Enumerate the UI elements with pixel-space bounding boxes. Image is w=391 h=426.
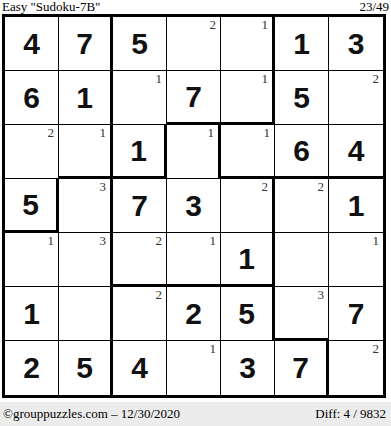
- sudoku-grid: 4752113611715221111645373221132111122537…: [2, 14, 386, 398]
- corner-hint-mark: 1: [262, 18, 269, 32]
- cell-r6c3[interactable]: 2: [113, 287, 167, 341]
- corner-hint-mark: 3: [100, 180, 107, 194]
- given-digit: 3: [185, 191, 202, 221]
- given-digit: 2: [23, 353, 40, 383]
- given-digit: 6: [23, 83, 40, 113]
- corner-hint-mark: 1: [100, 126, 107, 140]
- cell-r4c3[interactable]: 7: [113, 179, 167, 233]
- given-digit: 4: [131, 353, 148, 383]
- cell-r4c2[interactable]: 3: [59, 179, 113, 233]
- given-digit: 1: [76, 83, 93, 113]
- corner-hint-mark: 2: [156, 234, 163, 248]
- cell-r7c6[interactable]: 7: [275, 341, 329, 395]
- cell-r6c6[interactable]: 3: [275, 287, 329, 341]
- given-digit: 3: [239, 353, 256, 383]
- corner-hint-mark: 1: [373, 234, 380, 248]
- cell-r2c4[interactable]: 7: [167, 71, 221, 125]
- given-digit: 7: [76, 29, 93, 59]
- cell-r7c5[interactable]: 3: [221, 341, 275, 395]
- corner-hint-mark: 1: [208, 126, 215, 140]
- cell-r7c7[interactable]: 2: [329, 341, 383, 395]
- corner-hint-mark: 1: [156, 72, 163, 86]
- corner-hint-mark: 3: [100, 234, 107, 248]
- given-digit: 7: [348, 299, 365, 329]
- given-digit: 1: [238, 244, 255, 274]
- given-digit: 4: [348, 136, 365, 166]
- cell-r6c1[interactable]: 1: [5, 287, 59, 341]
- cell-r3c5[interactable]: 1: [221, 125, 275, 179]
- corner-hint-mark: 3: [318, 288, 325, 302]
- difficulty-info: Diff: 4 / 9832: [315, 406, 386, 422]
- given-digit: 1: [348, 191, 365, 221]
- corner-hint-mark: 2: [373, 72, 380, 86]
- given-digit: 1: [23, 299, 40, 329]
- corner-hint-mark: 1: [262, 72, 269, 86]
- cell-r5c5[interactable]: 1: [221, 233, 275, 287]
- corner-hint-mark: 1: [210, 342, 217, 356]
- given-digit: 4: [23, 29, 40, 59]
- cell-r1c6[interactable]: 1: [275, 17, 329, 71]
- given-digit: 7: [292, 353, 309, 383]
- cell-r1c4[interactable]: 2: [167, 17, 221, 71]
- given-digit: 7: [131, 191, 148, 221]
- cell-r7c1[interactable]: 2: [5, 341, 59, 395]
- corner-hint-mark: 2: [48, 126, 55, 140]
- given-digit: 5: [76, 353, 93, 383]
- cell-r6c2[interactable]: [59, 287, 113, 341]
- cell-r6c7[interactable]: 7: [329, 287, 383, 341]
- cell-r4c4[interactable]: 3: [167, 179, 221, 233]
- cell-r6c5[interactable]: 5: [221, 287, 275, 341]
- diff-value: 4 / 9832: [343, 406, 386, 422]
- puzzle-title: Easy "Sudoku-7B": [2, 0, 100, 13]
- diff-label: Diff:: [315, 406, 340, 422]
- cell-r1c1[interactable]: 4: [5, 17, 59, 71]
- cell-r7c4[interactable]: 1: [167, 341, 221, 395]
- given-digit: 2: [185, 299, 202, 329]
- corner-hint-mark: 2: [373, 342, 380, 356]
- corner-hint-mark: 2: [156, 288, 163, 302]
- given-digit: 5: [238, 299, 255, 329]
- cell-r6c4[interactable]: 2: [167, 287, 221, 341]
- cell-r3c1[interactable]: 2: [5, 125, 59, 179]
- cell-r4c1[interactable]: 5: [5, 179, 59, 233]
- footer: ©grouppuzzles.com – 12/30/2020 Diff: 4 /…: [0, 402, 391, 426]
- cell-r5c1[interactable]: 1: [5, 233, 59, 287]
- cell-r2c1[interactable]: 6: [5, 71, 59, 125]
- cell-r1c7[interactable]: 3: [329, 17, 383, 71]
- corner-hint-mark: 2: [210, 18, 217, 32]
- cell-r3c3[interactable]: 1: [113, 125, 167, 179]
- given-digit: 5: [131, 29, 148, 59]
- given-digit: 1: [130, 136, 147, 166]
- copyright-text: ©grouppuzzles.com – 12/30/2020: [3, 406, 180, 422]
- cell-r5c3[interactable]: 2: [113, 233, 167, 287]
- cell-r5c2[interactable]: 3: [59, 233, 113, 287]
- cell-r3c7[interactable]: 4: [329, 125, 383, 179]
- given-digit: 7: [185, 82, 202, 112]
- cell-r2c6[interactable]: 5: [275, 71, 329, 125]
- cell-r1c3[interactable]: 5: [113, 17, 167, 71]
- cell-r7c2[interactable]: 5: [59, 341, 113, 395]
- corner-hint-mark: 1: [210, 234, 217, 248]
- cell-r3c4[interactable]: 1: [167, 125, 221, 179]
- cell-r7c3[interactable]: 4: [113, 341, 167, 395]
- corner-hint-mark: 1: [48, 234, 55, 248]
- cell-r2c5[interactable]: 1: [221, 71, 275, 125]
- cell-r4c6[interactable]: 2: [275, 179, 329, 233]
- cell-r2c2[interactable]: 1: [59, 71, 113, 125]
- page-counter: 23/49: [359, 0, 389, 13]
- cell-r5c7[interactable]: 1: [329, 233, 383, 287]
- given-digit: 5: [22, 190, 39, 220]
- cell-r3c6[interactable]: 6: [275, 125, 329, 179]
- given-digit: 6: [293, 136, 310, 166]
- cell-r4c5[interactable]: 2: [221, 179, 275, 233]
- cell-r3c2[interactable]: 1: [59, 125, 113, 179]
- titlebar: Easy "Sudoku-7B" 23/49: [0, 0, 391, 14]
- given-digit: 3: [348, 29, 365, 59]
- cell-r5c6[interactable]: [275, 233, 329, 287]
- cell-r1c5[interactable]: 1: [221, 17, 275, 71]
- corner-hint-mark: 2: [318, 180, 325, 194]
- given-digit: 5: [293, 83, 310, 113]
- corner-hint-mark: 2: [262, 180, 269, 194]
- cell-r1c2[interactable]: 7: [59, 17, 113, 71]
- cell-r5c4[interactable]: 1: [167, 233, 221, 287]
- cell-r4c7[interactable]: 1: [329, 179, 383, 233]
- cell-r2c3[interactable]: 1: [113, 71, 167, 125]
- given-digit: 1: [293, 29, 310, 59]
- cell-r2c7[interactable]: 2: [329, 71, 383, 125]
- corner-hint-mark: 1: [264, 126, 271, 140]
